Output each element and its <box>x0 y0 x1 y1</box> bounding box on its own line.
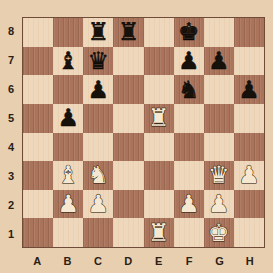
black-pawn-g7[interactable]: ♟ <box>204 47 234 76</box>
square-c4[interactable] <box>83 133 113 162</box>
square-a6[interactable] <box>23 75 53 104</box>
square-a3[interactable] <box>23 161 53 190</box>
square-f5[interactable] <box>174 104 204 133</box>
file-label-f: F <box>174 248 204 273</box>
square-g4[interactable] <box>204 133 234 162</box>
square-e2[interactable] <box>144 190 174 219</box>
black-rook-c8[interactable]: ♜ <box>83 18 113 47</box>
file-label-d: D <box>113 248 143 273</box>
file-labels: ABCDEFGH <box>22 248 265 273</box>
square-c3[interactable]: ♞ <box>83 161 113 190</box>
white-rook-e1[interactable]: ♜ <box>144 218 174 247</box>
square-f1[interactable] <box>174 218 204 247</box>
rank-label-1: 1 <box>0 219 22 248</box>
white-rook-e5[interactable]: ♜ <box>144 104 174 133</box>
black-knight-f6[interactable]: ♞ <box>174 75 204 104</box>
file-label-c: C <box>83 248 113 273</box>
square-b8[interactable] <box>53 18 83 47</box>
black-king-f8[interactable]: ♚ <box>174 18 204 47</box>
white-pawn-b2[interactable]: ♟ <box>53 190 83 219</box>
square-c8[interactable]: ♜ <box>83 18 113 47</box>
white-pawn-c2[interactable]: ♟ <box>83 190 113 219</box>
file-label-b: B <box>52 248 82 273</box>
white-king-g1[interactable]: ♚ <box>204 218 234 247</box>
square-b6[interactable] <box>53 75 83 104</box>
square-h1[interactable] <box>234 218 264 247</box>
square-b3[interactable]: ♝ <box>53 161 83 190</box>
file-label-e: E <box>144 248 174 273</box>
square-g7[interactable]: ♟ <box>204 47 234 76</box>
white-bishop-b3[interactable]: ♝ <box>53 161 83 190</box>
square-b4[interactable] <box>53 133 83 162</box>
square-g1[interactable]: ♚ <box>204 218 234 247</box>
square-g6[interactable] <box>204 75 234 104</box>
square-g3[interactable]: ♛ <box>204 161 234 190</box>
square-a2[interactable] <box>23 190 53 219</box>
square-f6[interactable]: ♞ <box>174 75 204 104</box>
square-g5[interactable] <box>204 104 234 133</box>
square-h6[interactable]: ♟ <box>234 75 264 104</box>
square-e7[interactable] <box>144 47 174 76</box>
square-d5[interactable] <box>113 104 143 133</box>
square-g8[interactable] <box>204 18 234 47</box>
square-d3[interactable] <box>113 161 143 190</box>
rank-label-2: 2 <box>0 190 22 219</box>
black-pawn-h6[interactable]: ♟ <box>234 75 264 104</box>
square-a8[interactable] <box>23 18 53 47</box>
white-pawn-f2[interactable]: ♟ <box>174 190 204 219</box>
chess-board: ♜♜♚♝♛♟♟♟♞♟♟♜♝♞♛♟♟♟♟♟♜♚ <box>22 17 265 248</box>
rank-label-4: 4 <box>0 133 22 162</box>
square-d4[interactable] <box>113 133 143 162</box>
square-d6[interactable] <box>113 75 143 104</box>
square-d8[interactable]: ♜ <box>113 18 143 47</box>
square-e6[interactable] <box>144 75 174 104</box>
square-f4[interactable] <box>174 133 204 162</box>
square-e4[interactable] <box>144 133 174 162</box>
rank-label-5: 5 <box>0 104 22 133</box>
rank-label-7: 7 <box>0 46 22 75</box>
square-d7[interactable] <box>113 47 143 76</box>
white-pawn-h3[interactable]: ♟ <box>234 161 264 190</box>
square-g2[interactable]: ♟ <box>204 190 234 219</box>
square-d2[interactable] <box>113 190 143 219</box>
square-c6[interactable]: ♟ <box>83 75 113 104</box>
black-bishop-b7[interactable]: ♝ <box>53 47 83 76</box>
square-a1[interactable] <box>23 218 53 247</box>
square-b7[interactable]: ♝ <box>53 47 83 76</box>
square-a7[interactable] <box>23 47 53 76</box>
black-pawn-f7[interactable]: ♟ <box>174 47 204 76</box>
black-pawn-c6[interactable]: ♟ <box>83 75 113 104</box>
rank-label-3: 3 <box>0 161 22 190</box>
square-e3[interactable] <box>144 161 174 190</box>
square-h8[interactable] <box>234 18 264 47</box>
square-f2[interactable]: ♟ <box>174 190 204 219</box>
square-c5[interactable] <box>83 104 113 133</box>
square-c1[interactable] <box>83 218 113 247</box>
square-h7[interactable] <box>234 47 264 76</box>
rank-label-8: 8 <box>0 17 22 46</box>
square-e8[interactable] <box>144 18 174 47</box>
square-f7[interactable]: ♟ <box>174 47 204 76</box>
square-h5[interactable] <box>234 104 264 133</box>
square-b5[interactable]: ♟ <box>53 104 83 133</box>
square-d1[interactable] <box>113 218 143 247</box>
black-queen-c7[interactable]: ♛ <box>83 47 113 76</box>
file-label-g: G <box>204 248 234 273</box>
square-c2[interactable]: ♟ <box>83 190 113 219</box>
chess-diagram: 87654321 ♜♜♚♝♛♟♟♟♞♟♟♜♝♞♛♟♟♟♟♟♜♚ ABCDEFGH <box>0 0 273 273</box>
white-pawn-g2[interactable]: ♟ <box>204 190 234 219</box>
rank-labels: 87654321 <box>0 17 22 248</box>
square-b1[interactable] <box>53 218 83 247</box>
square-c7[interactable]: ♛ <box>83 47 113 76</box>
square-h4[interactable] <box>234 133 264 162</box>
white-knight-c3[interactable]: ♞ <box>83 161 113 190</box>
square-b2[interactable]: ♟ <box>53 190 83 219</box>
square-f3[interactable] <box>174 161 204 190</box>
square-f8[interactable]: ♚ <box>174 18 204 47</box>
square-a5[interactable] <box>23 104 53 133</box>
square-a4[interactable] <box>23 133 53 162</box>
rank-label-6: 6 <box>0 75 22 104</box>
square-e1[interactable]: ♜ <box>144 218 174 247</box>
square-h2[interactable] <box>234 190 264 219</box>
white-queen-g3[interactable]: ♛ <box>204 161 234 190</box>
black-pawn-b5[interactable]: ♟ <box>53 104 83 133</box>
black-rook-d8[interactable]: ♜ <box>113 18 143 47</box>
file-label-a: A <box>22 248 52 273</box>
square-h3[interactable]: ♟ <box>234 161 264 190</box>
file-label-h: H <box>235 248 265 273</box>
square-e5[interactable]: ♜ <box>144 104 174 133</box>
